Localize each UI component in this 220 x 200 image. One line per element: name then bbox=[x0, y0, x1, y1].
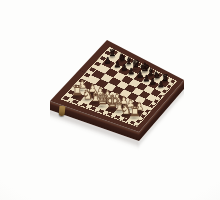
square-h1 bbox=[128, 114, 140, 122]
chess-set-scene: ♜♞♝♛♚♝♞♜♟♟♟♟♟♟♟♟♟♟♟♟♟♟♟♟♜♞♝♛♚♝♞♜ bbox=[0, 0, 220, 200]
